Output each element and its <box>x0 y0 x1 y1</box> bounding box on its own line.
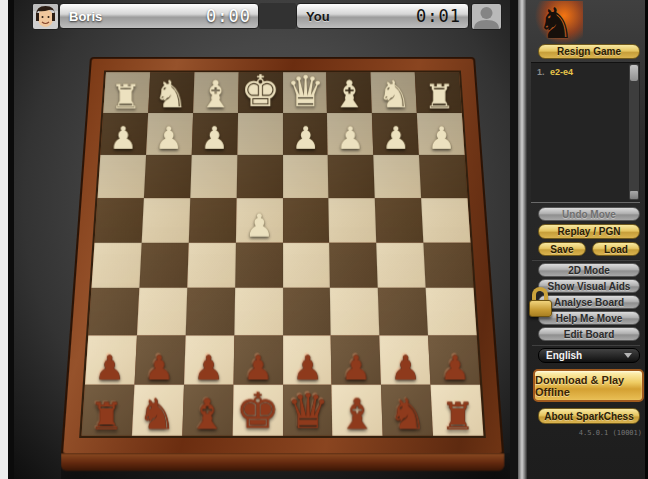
square-a6[interactable] <box>426 288 477 336</box>
square-g1[interactable]: ♞ <box>148 72 194 113</box>
square-c7[interactable]: ♟ <box>331 336 381 385</box>
square-h7[interactable]: ♟ <box>85 336 137 385</box>
about-sparkchess-button[interactable]: About SparkChess <box>538 408 640 424</box>
captured-pieces-tray <box>259 3 296 29</box>
square-c3[interactable] <box>328 155 375 198</box>
game-area: Boris 0:00 You 0:01 ♜♞♝♚♛♝♞♜♟♟♟♟♟♟♟♟♟♟♟♟… <box>14 0 510 479</box>
white-rook[interactable]: ♜ <box>417 80 462 112</box>
square-e1[interactable]: ♚ <box>238 72 283 113</box>
square-h6[interactable] <box>88 288 139 336</box>
sidebar-divider <box>532 344 640 346</box>
black-pawn[interactable]: ♟ <box>85 352 134 384</box>
move-list[interactable]: 1. e2-e4 <box>531 62 640 203</box>
load-button[interactable]: Load <box>592 242 640 256</box>
square-h8[interactable]: ♜ <box>82 385 135 436</box>
analyse-board-label: Analyse Board <box>554 297 624 308</box>
square-a7[interactable]: ♟ <box>428 336 480 385</box>
white-king[interactable]: ♚ <box>238 70 283 112</box>
white-rook[interactable]: ♜ <box>103 80 148 112</box>
square-b8[interactable]: ♞ <box>381 385 433 436</box>
board-grid: ♜♞♝♚♛♝♞♜♟♟♟♟♟♟♟♟♟♟♟♟♟♟♟♟♜♞♝♚♛♝♞♜ <box>82 72 484 435</box>
square-g2[interactable]: ♟ <box>146 113 193 155</box>
square-g8[interactable]: ♞ <box>132 385 184 436</box>
edit-board-button[interactable]: Edit Board <box>538 327 640 341</box>
square-a3[interactable] <box>419 155 467 198</box>
language-selected-value: English <box>546 350 582 361</box>
chess-board: ♜♞♝♚♛♝♞♜♟♟♟♟♟♟♟♟♟♟♟♟♟♟♟♟♜♞♝♚♛♝♞♜ <box>61 57 505 456</box>
black-pawn[interactable]: ♟ <box>332 352 381 384</box>
download-label: Download & Play Offline <box>535 374 642 398</box>
white-pawn[interactable]: ♟ <box>101 124 146 154</box>
square-f8[interactable]: ♝ <box>182 385 233 436</box>
replay-pgn-label: Replay / PGN <box>558 226 621 237</box>
square-a4[interactable] <box>421 198 470 243</box>
square-a1[interactable]: ♜ <box>415 72 462 113</box>
square-c6[interactable] <box>330 288 379 336</box>
you-player-bar: You 0:01 <box>296 3 469 29</box>
square-g6[interactable] <box>137 288 187 336</box>
you-name: You <box>297 9 416 24</box>
padlock-body <box>529 300 552 317</box>
square-c8[interactable]: ♝ <box>332 385 383 436</box>
square-h3[interactable] <box>98 155 146 198</box>
square-d6[interactable] <box>283 288 332 336</box>
black-queen[interactable]: ♛ <box>283 389 333 435</box>
square-e6[interactable] <box>234 288 283 336</box>
square-d5[interactable] <box>283 242 331 288</box>
you-avatar <box>471 3 502 30</box>
panel-divider <box>518 0 527 479</box>
square-f5[interactable] <box>187 242 236 288</box>
square-e8[interactable]: ♚ <box>232 385 282 436</box>
move-number: 1. <box>537 67 545 77</box>
black-bishop[interactable]: ♝ <box>333 394 383 434</box>
move-list-item[interactable]: 1. e2-e4 <box>537 67 573 77</box>
square-c1[interactable]: ♝ <box>327 72 372 113</box>
square-b6[interactable] <box>378 288 428 336</box>
opponent-name: Boris <box>60 9 206 24</box>
square-d4[interactable] <box>283 198 330 243</box>
square-e5[interactable] <box>235 242 283 288</box>
square-h2[interactable]: ♟ <box>100 113 148 155</box>
scrollbar-down-button[interactable] <box>630 191 638 199</box>
black-rook[interactable]: ♜ <box>82 399 132 435</box>
right-black-strip <box>510 0 518 479</box>
square-f2[interactable]: ♟ <box>191 113 237 155</box>
move-list-scrollbar[interactable] <box>629 64 639 200</box>
black-pawn[interactable]: ♟ <box>134 352 183 384</box>
white-knight[interactable]: ♞ <box>372 76 417 112</box>
language-select[interactable]: English <box>538 348 640 363</box>
you-clock: 0:01 <box>416 6 468 26</box>
chevron-down-icon <box>624 353 632 358</box>
square-g7[interactable]: ♟ <box>134 336 185 385</box>
square-e2[interactable] <box>237 113 283 155</box>
square-e3[interactable] <box>236 155 282 198</box>
square-b2[interactable]: ♟ <box>372 113 419 155</box>
square-d1[interactable]: ♛ <box>283 72 328 113</box>
square-h1[interactable]: ♜ <box>103 72 150 113</box>
square-g3[interactable] <box>144 155 192 198</box>
black-bishop[interactable]: ♝ <box>182 394 232 434</box>
version-text: 4.5.0.1 (10001) <box>556 429 642 437</box>
sidebar-divider <box>532 259 640 261</box>
move-text: e2-e4 <box>550 67 573 77</box>
square-f3[interactable] <box>190 155 237 198</box>
person-silhouette-icon <box>472 4 501 29</box>
square-h5[interactable] <box>91 242 141 288</box>
resign-game-label: Resign Game <box>557 46 621 57</box>
help-me-move-label: Help Me Move <box>556 313 623 324</box>
white-pawn[interactable]: ♟ <box>373 124 418 154</box>
square-g4[interactable] <box>142 198 190 243</box>
square-f1[interactable]: ♝ <box>193 72 238 113</box>
white-pawn[interactable]: ♟ <box>328 124 373 154</box>
square-c4[interactable] <box>329 198 377 243</box>
square-c5[interactable] <box>329 242 378 288</box>
undo-move-label: Undo Move <box>562 209 616 220</box>
2d-mode-label: 2D Mode <box>568 265 610 276</box>
white-pawn[interactable]: ♟ <box>236 211 283 242</box>
white-queen[interactable]: ♛ <box>283 71 328 112</box>
white-pawn[interactable]: ♟ <box>419 124 464 154</box>
2d-mode-button[interactable]: 2D Mode <box>538 263 640 277</box>
square-b5[interactable] <box>376 242 425 288</box>
save-label: Save <box>550 244 573 255</box>
resign-game-button[interactable]: Resign Game <box>538 44 640 59</box>
show-visual-aids-label: Show Visual Aids <box>548 281 631 292</box>
square-a8[interactable]: ♜ <box>431 385 484 436</box>
white-bishop[interactable]: ♝ <box>193 76 238 112</box>
black-king[interactable]: ♚ <box>232 388 282 435</box>
square-d8[interactable]: ♛ <box>283 385 333 436</box>
white-pawn[interactable]: ♟ <box>146 124 191 154</box>
square-b3[interactable] <box>374 155 422 198</box>
padlock-icon <box>528 287 554 319</box>
knight-glyph: ♞ <box>537 1 575 47</box>
scrollbar-thumb[interactable] <box>630 65 638 81</box>
square-d7[interactable]: ♟ <box>283 336 332 385</box>
square-f6[interactable] <box>185 288 234 336</box>
about-label: About SparkChess <box>544 411 633 422</box>
square-b1[interactable]: ♞ <box>371 72 417 113</box>
square-d2[interactable]: ♟ <box>283 113 329 155</box>
board-front-edge <box>61 453 504 470</box>
square-e7[interactable]: ♟ <box>233 336 282 385</box>
square-a5[interactable] <box>423 242 473 288</box>
square-f7[interactable]: ♟ <box>184 336 234 385</box>
black-pawn[interactable]: ♟ <box>381 352 430 384</box>
black-pawn[interactable]: ♟ <box>283 352 332 384</box>
square-f4[interactable] <box>189 198 237 243</box>
replay-pgn-button[interactable]: Replay / PGN <box>538 224 640 239</box>
square-b7[interactable]: ♟ <box>380 336 431 385</box>
opponent-clock: 0:00 <box>206 6 258 26</box>
black-pawn[interactable]: ♟ <box>184 352 233 384</box>
square-b4[interactable] <box>375 198 423 243</box>
black-rook[interactable]: ♜ <box>433 399 483 435</box>
black-pawn[interactable]: ♟ <box>431 352 480 384</box>
opponent-avatar <box>32 3 59 30</box>
load-label: Load <box>604 244 628 255</box>
square-c2[interactable]: ♟ <box>327 113 373 155</box>
knight-logo-icon: ♞ <box>533 1 583 47</box>
square-g5[interactable] <box>139 242 188 288</box>
edit-board-label: Edit Board <box>564 329 615 340</box>
black-knight[interactable]: ♞ <box>132 394 182 434</box>
square-d3[interactable] <box>283 155 329 198</box>
square-a2[interactable]: ♟ <box>417 113 465 155</box>
white-bishop[interactable]: ♝ <box>327 76 372 112</box>
sparkchess-app: Boris 0:00 You 0:01 ♜♞♝♚♛♝♞♜♟♟♟♟♟♟♟♟♟♟♟♟… <box>0 0 648 479</box>
square-e4[interactable]: ♟ <box>236 198 283 243</box>
square-h4[interactable] <box>95 198 144 243</box>
black-knight[interactable]: ♞ <box>383 394 433 434</box>
white-pawn[interactable]: ♟ <box>192 124 237 154</box>
download-play-offline-button[interactable]: Download & Play Offline <box>533 369 644 402</box>
white-knight[interactable]: ♞ <box>148 76 193 112</box>
cartoon-man-icon <box>33 4 58 29</box>
save-button[interactable]: Save <box>538 242 586 256</box>
white-pawn[interactable]: ♟ <box>283 124 328 154</box>
black-pawn[interactable]: ♟ <box>233 352 282 384</box>
opponent-player-bar: Boris 0:00 <box>59 3 259 29</box>
undo-move-button[interactable]: Undo Move <box>538 207 640 221</box>
